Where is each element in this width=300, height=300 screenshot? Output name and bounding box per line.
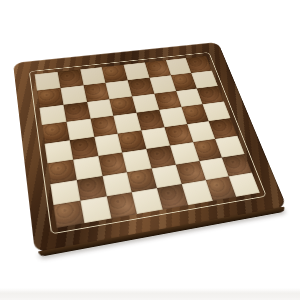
product-photo-scene <box>0 0 300 300</box>
chess-board <box>13 42 287 253</box>
photo-layer <box>0 0 300 300</box>
squares-grid <box>35 56 260 228</box>
square-a1 <box>53 201 84 228</box>
